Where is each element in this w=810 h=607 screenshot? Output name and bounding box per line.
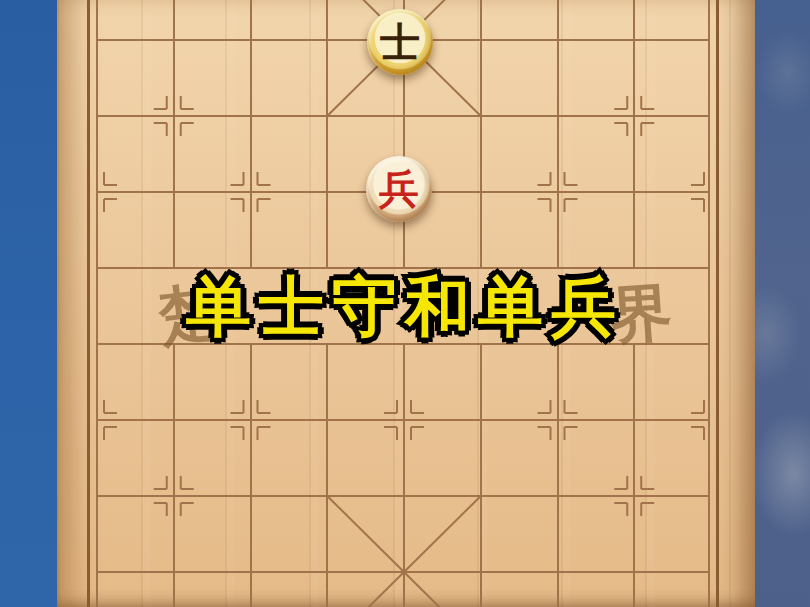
sky-background-left [0, 0, 57, 607]
piece-black-advisor[interactable]: 士 [367, 9, 433, 75]
piece-red-soldier[interactable]: 兵 [366, 156, 432, 222]
caption-overlay: 单士守和单兵 [186, 263, 624, 351]
sky-background-right [755, 0, 810, 607]
